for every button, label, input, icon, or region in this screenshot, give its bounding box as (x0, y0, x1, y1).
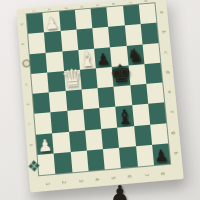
square-h7[interactable] (136, 145, 154, 167)
square-g6[interactable] (117, 126, 135, 148)
corner-knight-emblem-icon: ❖ (27, 159, 42, 175)
square-f6[interactable]: ♝ (116, 105, 134, 127)
black-bishop-f6[interactable]: ♝ (115, 106, 135, 128)
square-h4[interactable] (87, 149, 105, 171)
square-h3[interactable] (70, 150, 88, 172)
square-g3[interactable] (69, 130, 87, 152)
square-d1[interactable] (31, 72, 49, 93)
square-e2[interactable] (49, 91, 67, 113)
square-d6[interactable]: ♚ (112, 65, 130, 86)
square-f3[interactable] (67, 110, 85, 132)
square-g7[interactable] (134, 124, 152, 146)
square-d3[interactable]: ♛ (64, 70, 82, 91)
square-g4[interactable] (85, 129, 103, 151)
square-a8[interactable] (139, 3, 157, 24)
square-e3[interactable] (65, 90, 83, 112)
square-a2[interactable]: ♟ (43, 12, 61, 33)
photo-backdrop: 12345678 hgfedcba abcdefgh 12345678 ♟♝♟♞… (0, 0, 200, 200)
coord-bottom-1: 1 (40, 175, 55, 193)
white-pawn-a2[interactable]: ♟ (44, 16, 59, 33)
square-b7[interactable] (124, 24, 142, 45)
square-e5[interactable] (98, 87, 116, 109)
square-h6[interactable] (119, 146, 137, 168)
square-f8[interactable] (148, 103, 166, 125)
coord-bottom-2: 2 (57, 173, 72, 191)
square-c1[interactable] (30, 52, 48, 73)
coord-bottom-8: 8 (155, 165, 171, 183)
square-d8[interactable] (144, 63, 162, 84)
square-g5[interactable] (101, 127, 119, 149)
square-b5[interactable] (92, 27, 110, 48)
square-h5[interactable] (103, 147, 121, 169)
square-b2[interactable] (44, 31, 62, 52)
square-c8[interactable] (142, 43, 160, 64)
white-queen-d3[interactable]: ♛ (61, 66, 84, 92)
black-king-d6[interactable]: ♚ (108, 60, 133, 87)
square-a3[interactable] (59, 10, 77, 31)
square-e4[interactable] (81, 88, 99, 110)
square-e7[interactable] (130, 84, 148, 106)
square-f1[interactable] (34, 113, 52, 135)
coord-bottom-3: 3 (73, 172, 89, 190)
square-e1[interactable] (33, 92, 51, 114)
square-f2[interactable] (51, 111, 69, 133)
coord-bottom-7: 7 (139, 166, 155, 184)
square-g1[interactable]: ♟ (36, 133, 54, 155)
square-f4[interactable] (83, 108, 101, 130)
square-a5[interactable] (91, 7, 109, 28)
black-pawn-h8[interactable]: ♟ (153, 148, 169, 165)
square-b1[interactable] (28, 33, 46, 54)
square-e8[interactable] (146, 82, 164, 104)
square-a4[interactable] (75, 9, 93, 30)
chess-board: 12345678 hgfedcba abcdefgh 12345678 ♟♝♟♞… (16, 0, 183, 192)
square-h8[interactable]: ♟ (152, 143, 170, 165)
square-a6[interactable] (107, 6, 125, 27)
white-pawn-g1[interactable]: ♟ (37, 137, 53, 154)
square-g2[interactable] (52, 131, 70, 153)
square-a7[interactable] (123, 5, 141, 26)
square-b8[interactable] (140, 23, 158, 44)
square-f7[interactable] (132, 104, 150, 126)
square-a1[interactable] (27, 13, 45, 34)
coord-bottom-4: 4 (90, 170, 106, 188)
offboard-captured-piece[interactable]: ♟ (110, 183, 130, 200)
board-grid: ♟♝♟♞♛♚♝♟♟ (27, 3, 171, 175)
square-g8[interactable] (150, 123, 168, 145)
square-b3[interactable] (60, 30, 78, 51)
square-h2[interactable] (54, 152, 72, 174)
square-b6[interactable] (108, 26, 126, 47)
